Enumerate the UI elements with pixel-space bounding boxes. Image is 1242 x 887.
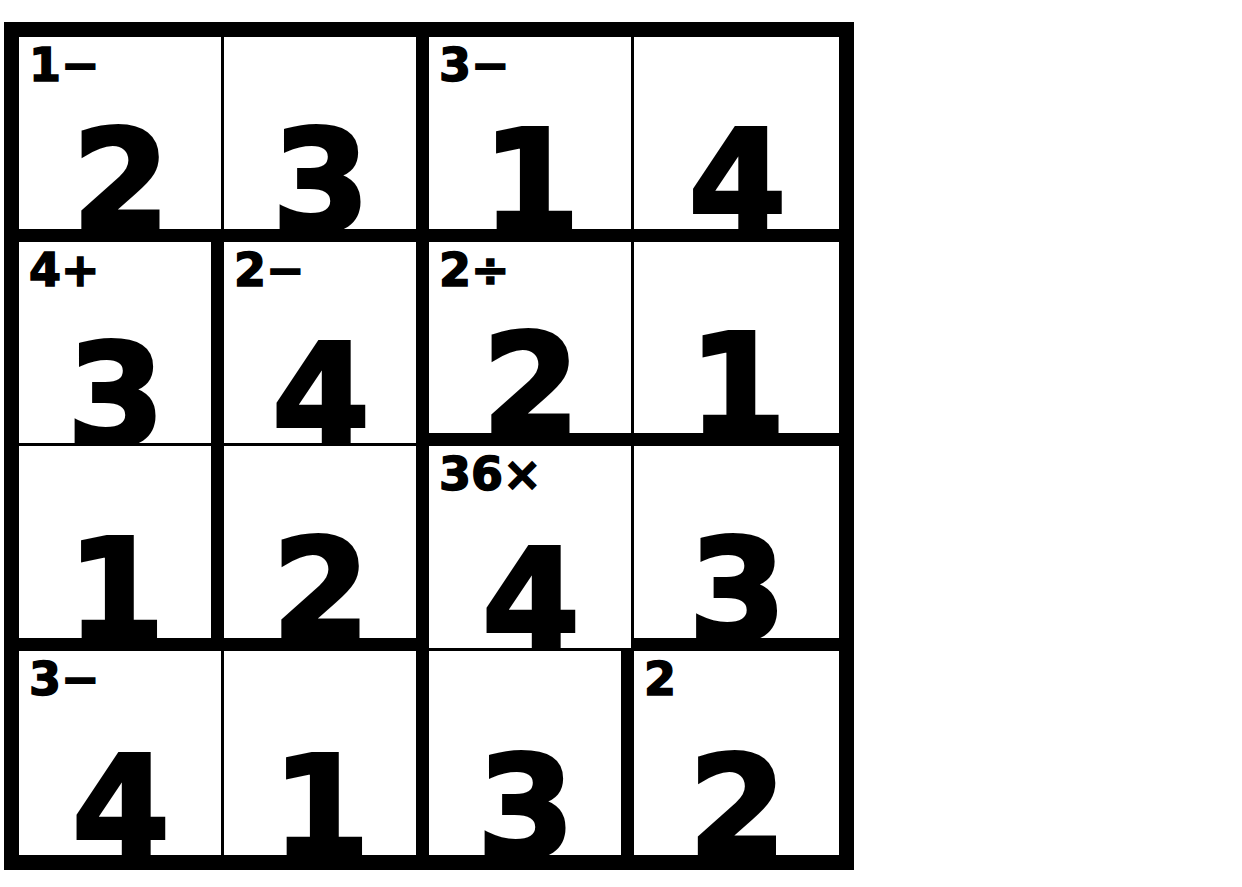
cell-digit: 4 [634,113,839,242]
cage-clue: 4+ [29,244,100,297]
cell-r1c3[interactable]: 1 [634,242,839,447]
cell-digit: 2 [19,113,221,242]
cell-r3c0[interactable]: 3−4 [19,651,224,856]
cell-digit: 3 [224,113,416,242]
cell-r3c1[interactable]: 1 [224,651,429,856]
cage-clue: 1− [29,39,100,92]
cell-digit: 2 [634,739,839,855]
cage-clue: 3− [29,653,100,706]
cage-clue: 2÷ [439,244,510,297]
kenken-board: 1−233−144+32−42÷211236×433−41322 [4,22,854,870]
cell-r1c1[interactable]: 2−4 [224,242,429,447]
cell-digit: 2 [224,522,416,651]
cell-digit: 4 [224,327,416,446]
cell-digit: 1 [429,113,631,242]
cell-r3c3[interactable]: 22 [634,651,839,856]
cage-clue: 2 [644,653,676,706]
cell-digit: 1 [634,317,839,446]
cell-digit: 1 [224,739,416,855]
cell-r0c3[interactable]: 4 [634,37,839,242]
cage-clue: 3− [439,39,510,92]
cell-digit: 3 [429,739,621,855]
cell-digit: 3 [19,327,211,446]
cell-r2c1[interactable]: 2 [224,446,429,651]
cell-r3c2[interactable]: 3 [429,651,634,856]
cell-digit: 3 [634,522,839,651]
cell-digit: 4 [19,739,221,855]
cell-r1c0[interactable]: 4+3 [19,242,224,447]
cell-r2c3[interactable]: 3 [634,446,839,651]
cell-digit: 2 [429,317,631,446]
cell-digit: 1 [19,522,211,651]
cell-r0c2[interactable]: 3−1 [429,37,634,242]
cell-r1c2[interactable]: 2÷2 [429,242,634,447]
cell-r2c2[interactable]: 36×4 [429,446,634,651]
cage-clue: 36× [439,448,542,501]
cell-r0c0[interactable]: 1−2 [19,37,224,242]
cell-digit: 4 [429,532,631,651]
cell-r2c0[interactable]: 1 [19,446,224,651]
cage-clue: 2− [234,244,305,297]
cell-r0c1[interactable]: 3 [224,37,429,242]
